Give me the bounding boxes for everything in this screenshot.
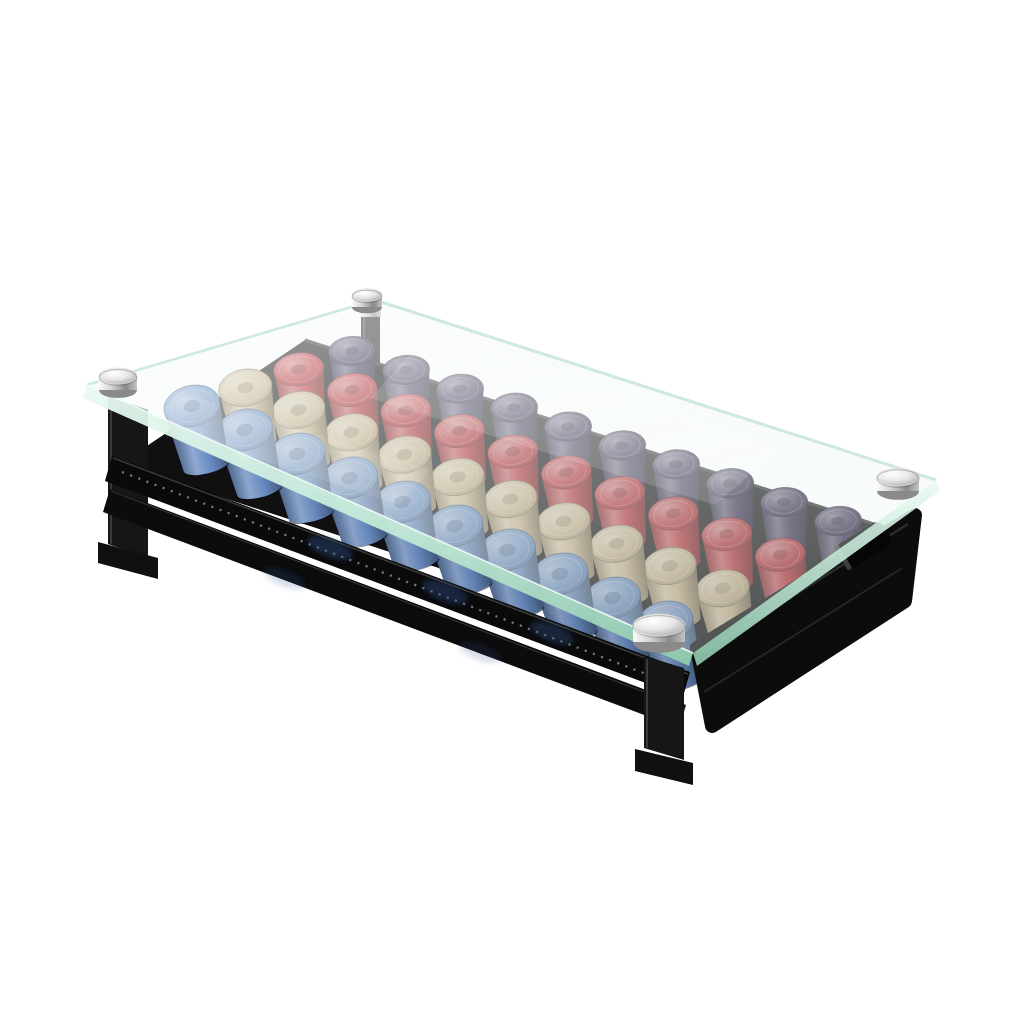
standoff-cap <box>99 368 137 384</box>
product-photo-stage <box>0 0 1024 1024</box>
chrome-standoff-right <box>877 468 919 500</box>
chrome-standoff-left <box>99 368 137 398</box>
standoff-cap <box>633 614 685 636</box>
chrome-standoff-front <box>633 614 685 653</box>
front-leg-shaft <box>644 656 684 760</box>
standoff-cap <box>877 468 919 486</box>
capsule-drawer-scene <box>0 0 1024 1024</box>
chrome-standoff-back <box>352 289 382 314</box>
